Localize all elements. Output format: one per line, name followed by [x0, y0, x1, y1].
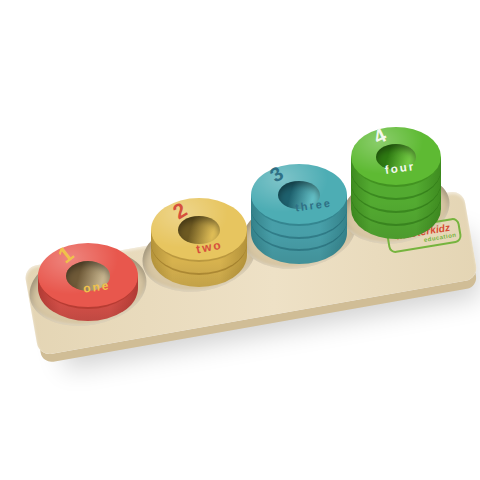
ring-stack-four: 4four	[351, 127, 441, 245]
stack-word-label: one	[82, 279, 111, 295]
product-photo-scene: masterkidz education 1one2two3three4four	[0, 0, 480, 480]
ring-stack-two: 2two	[151, 198, 247, 293]
ring-stack-three: 3three	[251, 164, 347, 270]
ring-stack-one: 1one	[38, 243, 138, 327]
ring-groove	[38, 243, 138, 309]
ring-groove	[251, 189, 347, 251]
ring-stacks-layer: 1one2two3three4four	[0, 0, 480, 480]
